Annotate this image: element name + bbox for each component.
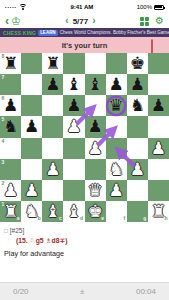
status-bar: ••••• 9:41 AM 100% (0, 0, 169, 14)
piece-black-bishop: ♝ (87, 74, 102, 95)
piece-black-pawn: ♟ (130, 74, 145, 95)
file-label: h (164, 216, 167, 221)
square-h8[interactable] (148, 53, 169, 74)
square-g2[interactable] (127, 180, 148, 201)
square-a4[interactable]: 4 (0, 138, 21, 159)
piece-white-queen: ♛ (87, 180, 102, 201)
piece-black-pawn: ♟ (151, 95, 166, 116)
promo-banner[interactable]: CHESS KING LEARN Chess World Champions. … (0, 28, 169, 37)
file-label: b (38, 216, 41, 221)
square-f5[interactable] (106, 116, 127, 137)
square-g3[interactable]: ♟ (127, 159, 148, 180)
rank-label: 6 (2, 96, 5, 101)
square-f4[interactable] (106, 138, 127, 159)
computer-icon (151, 40, 164, 50)
square-d3[interactable] (63, 159, 84, 180)
piece-white-pawn: ♟ (87, 138, 102, 159)
square-d7[interactable]: ♝ (63, 74, 84, 95)
file-label: f (124, 216, 126, 221)
square-d6[interactable]: ♟ (63, 95, 84, 116)
learn-badge: LEARN (38, 30, 58, 36)
rank-label: 2 (2, 181, 5, 186)
timer: 00:04 (136, 287, 156, 296)
file-label: d (80, 216, 83, 221)
chess-king-brand-text: CHESS KING (3, 30, 36, 36)
exercise-header: □ [#25] (4, 227, 165, 234)
square-f2[interactable]: ♟ (106, 180, 127, 201)
file-label: a (17, 216, 20, 221)
piece-white-pawn: ♟ (151, 138, 166, 159)
chess-board: 8♜♜♚7♟♝♝♟♟6♟♟♛♞♟5♞♟♟♟4♟♟3♟♞♟2♟♟♛♟1a♜b♞c♝… (0, 53, 169, 222)
square-a2[interactable]: 2♟ (0, 180, 21, 201)
annotation-panel: □ [#25] (15. ♘g5 ♗d8∓) Play for advantag… (0, 222, 169, 282)
square-f7[interactable]: ♟ (106, 74, 127, 95)
piece-black-queen: ♛ (109, 95, 124, 116)
back-button[interactable]: ‹ (5, 16, 9, 26)
square-f6[interactable]: ♛ (106, 95, 127, 116)
turn-label: It's your turn (62, 41, 108, 50)
square-b7[interactable] (21, 74, 42, 95)
square-d2[interactable] (63, 180, 84, 201)
exercise-number: [#25] (10, 227, 24, 234)
carrier-signal-dots: ••••• (5, 5, 17, 10)
square-e2[interactable]: ♛ (85, 180, 106, 201)
square-g8[interactable]: ♚ (127, 53, 148, 74)
eval-symbol: ± (80, 287, 84, 296)
piece-black-pawn: ♟ (3, 95, 18, 116)
piece-black-rook: ♜ (3, 53, 18, 74)
square-a8[interactable]: 8♜ (0, 53, 21, 74)
square-h2[interactable] (148, 180, 169, 201)
square-g7[interactable]: ♟ (127, 74, 148, 95)
square-e1[interactable]: e♚ (85, 201, 106, 222)
piece-black-pawn: ♟ (109, 74, 124, 95)
task-text: Play for advantage (4, 249, 165, 258)
square-b1[interactable]: b♞ (21, 201, 42, 222)
square-h1[interactable]: h♜ (148, 201, 169, 222)
piece-black-pawn: ♟ (24, 116, 39, 137)
square-h3[interactable] (148, 159, 169, 180)
square-a3[interactable]: 3 (0, 159, 21, 180)
turn-status-bar: It's your turn (0, 37, 169, 53)
rank-label: 5 (2, 117, 5, 122)
piece-white-knight: ♞ (109, 159, 124, 180)
battery-percent: 100% (137, 4, 152, 10)
next-puzzle-button[interactable]: › (92, 16, 95, 26)
piece-black-rook: ♜ (45, 53, 60, 74)
square-d1[interactable]: d♝ (63, 201, 84, 222)
square-e3[interactable] (85, 159, 106, 180)
square-g1[interactable]: g (127, 201, 148, 222)
square-e5[interactable]: ♟ (85, 116, 106, 137)
rank-label: 3 (2, 160, 5, 165)
settings-gear-button[interactable]: ⚙ (155, 16, 164, 26)
prev-puzzle-button[interactable]: ‹ (65, 16, 68, 26)
square-g6[interactable]: ♞ (127, 95, 148, 116)
puzzle-counter: 5/77 (73, 17, 89, 26)
piece-black-bishop: ♝ (66, 74, 81, 95)
square-h4[interactable]: ♟ (148, 138, 169, 159)
square-d4[interactable] (63, 138, 84, 159)
square-e7[interactable]: ♝ (85, 74, 106, 95)
bottom-bar: 0/20 ± 00:04 (0, 282, 169, 300)
piece-white-pawn: ♟ (24, 180, 39, 201)
battery-icon (154, 5, 164, 10)
rank-label: 4 (2, 139, 5, 144)
square-h6[interactable]: ♟ (148, 95, 169, 116)
piece-black-king: ♚ (130, 53, 145, 74)
file-label: e (101, 216, 104, 221)
square-c8[interactable]: ♜ (42, 53, 63, 74)
square-e8[interactable] (85, 53, 106, 74)
square-c6[interactable] (42, 95, 63, 116)
banner-subtitle: Chess World Champions. Bobby Fischer's B… (60, 30, 169, 35)
white-to-move-icon: □ (4, 227, 8, 234)
square-a6[interactable]: 6♟ (0, 95, 21, 116)
piece-black-knight: ♞ (130, 95, 145, 116)
piece-black-knight: ♞ (3, 116, 18, 137)
rank-label: 8 (2, 54, 5, 59)
piece-black-pawn: ♟ (66, 95, 81, 116)
square-c1[interactable]: c♝ (42, 201, 63, 222)
square-g4[interactable] (127, 138, 148, 159)
square-a7[interactable]: 7 (0, 74, 21, 95)
square-f3[interactable]: ♞ (106, 159, 127, 180)
rank-label: 7 (2, 75, 5, 80)
square-g5[interactable] (127, 116, 148, 137)
piece-black-pawn: ♟ (45, 74, 60, 95)
square-e4[interactable]: ♟ (85, 138, 106, 159)
square-c5[interactable] (42, 116, 63, 137)
app-window: ••••• 9:41 AM 100% ‹ ♔ ‹ 5/77 › ⚙ CHESS … (0, 0, 169, 300)
square-c7[interactable]: ♟ (42, 74, 63, 95)
square-e6[interactable] (85, 95, 106, 116)
square-a1[interactable]: 1a♜ (0, 201, 21, 222)
file-label: c (59, 216, 62, 221)
file-label: g (143, 216, 146, 221)
square-f8[interactable] (106, 53, 127, 74)
piece-white-pawn: ♟ (109, 180, 124, 201)
square-f1[interactable]: f (106, 201, 127, 222)
square-b6[interactable] (21, 95, 42, 116)
board-area: 8♜♜♚7♟♝♝♟♟6♟♟♛♞♟5♞♟♟♟4♟♟3♟♞♟2♟♟♛♟1a♜b♞c♝… (0, 53, 169, 222)
score-counter: 0/20 (13, 287, 29, 296)
square-b8[interactable] (21, 53, 42, 74)
square-h7[interactable] (148, 74, 169, 95)
piece-white-pawn: ♟ (66, 116, 81, 137)
square-b4[interactable] (21, 138, 42, 159)
rank-label: 1 (2, 202, 5, 207)
piece-white-pawn: ♟ (130, 159, 145, 180)
square-d8[interactable] (63, 53, 84, 74)
piece-black-pawn: ♟ (87, 116, 102, 137)
nav-bar: ‹ ♔ ‹ 5/77 › ⚙ (0, 14, 169, 28)
square-a5[interactable]: 5♞ (0, 116, 21, 137)
piece-white-pawn: ♟ (45, 159, 60, 180)
chess-king-logo-icon[interactable]: ♔ (11, 15, 21, 27)
square-d5[interactable]: ♟ (63, 116, 84, 137)
square-c2[interactable] (42, 180, 63, 201)
square-c3[interactable]: ♟ (42, 159, 63, 180)
square-b5[interactable]: ♟ (21, 116, 42, 137)
piece-white-pawn: ♟ (3, 180, 18, 201)
square-b3[interactable] (21, 159, 42, 180)
clock-time: 9:41 AM (70, 4, 93, 10)
puzzle-grid-button[interactable] (140, 17, 149, 26)
square-b2[interactable]: ♟ (21, 180, 42, 201)
wifi-icon (19, 4, 27, 10)
square-c4[interactable] (42, 138, 63, 159)
square-h5[interactable] (148, 116, 169, 137)
variation-text: (15. ♘g5 ♗d8∓) (16, 237, 165, 245)
